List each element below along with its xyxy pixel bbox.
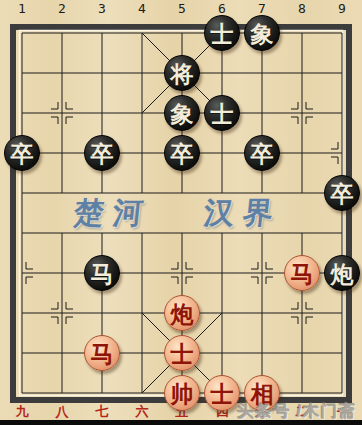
black-soldier-cell: 卒	[322, 173, 362, 213]
piece-layer: 士象将象士卒卒卒卒卒马马炮炮马士帅士相	[2, 13, 362, 413]
piece-character: 马	[91, 262, 114, 285]
piece-character: 将	[171, 62, 194, 85]
red-advisor-cell: 士	[162, 333, 202, 373]
piece-character: 马	[91, 342, 114, 365]
red-advisor-cell: 士	[202, 373, 242, 413]
piece-character: 士	[211, 102, 234, 125]
red-horse-piece[interactable]: 马	[84, 335, 120, 371]
bottom-edge-strip	[0, 420, 362, 425]
black-elephant-piece[interactable]: 象	[164, 95, 200, 131]
red-general-cell: 帅	[162, 373, 202, 413]
piece-character: 象	[251, 22, 274, 45]
black-soldier-cell: 卒	[2, 133, 42, 173]
piece-character: 炮	[331, 262, 354, 285]
black-general-cell: 将	[162, 53, 202, 93]
red-horse-cell: 马	[282, 253, 322, 293]
piece-character: 象	[171, 102, 194, 125]
piece-character: 士	[211, 22, 234, 45]
black-soldier-piece[interactable]: 卒	[84, 135, 120, 171]
xiangqi-board-screen: 123456789 楚河 汉界 士象将象士卒卒卒卒卒马马炮炮马士帅士相 九八七六…	[0, 0, 362, 425]
black-cannon-cell: 炮	[322, 253, 362, 293]
piece-character: 卒	[251, 142, 274, 165]
black-general-piece[interactable]: 将	[164, 55, 200, 91]
piece-character: 卒	[91, 142, 114, 165]
black-advisor-piece[interactable]: 士	[204, 15, 240, 51]
piece-character: 士	[171, 342, 194, 365]
red-horse-cell: 马	[82, 333, 122, 373]
red-cannon-cell: 炮	[162, 293, 202, 333]
black-soldier-piece[interactable]: 卒	[164, 135, 200, 171]
black-horse-piece[interactable]: 马	[84, 255, 120, 291]
black-elephant-piece[interactable]: 象	[244, 15, 280, 51]
black-soldier-cell: 卒	[82, 133, 122, 173]
black-horse-cell: 马	[82, 253, 122, 293]
black-soldier-piece[interactable]: 卒	[4, 135, 40, 171]
piece-character: 帅	[171, 382, 194, 405]
red-general-piece[interactable]: 帅	[164, 375, 200, 411]
black-elephant-cell: 象	[242, 13, 282, 53]
black-advisor-cell: 士	[202, 13, 242, 53]
black-soldier-cell: 卒	[162, 133, 202, 173]
black-advisor-piece[interactable]: 士	[204, 95, 240, 131]
piece-character: 炮	[171, 302, 194, 325]
red-advisor-piece[interactable]: 士	[164, 335, 200, 371]
red-cannon-piece[interactable]: 炮	[164, 295, 200, 331]
black-elephant-cell: 象	[162, 93, 202, 133]
black-cannon-piece[interactable]: 炮	[324, 255, 360, 291]
piece-character: 卒	[171, 142, 194, 165]
piece-character: 卒	[11, 142, 34, 165]
piece-character: 马	[291, 262, 314, 285]
red-horse-piece[interactable]: 马	[284, 255, 320, 291]
black-soldier-piece[interactable]: 卒	[244, 135, 280, 171]
black-advisor-cell: 士	[202, 93, 242, 133]
piece-character: 卒	[331, 182, 354, 205]
black-soldier-piece[interactable]: 卒	[324, 175, 360, 211]
black-soldier-cell: 卒	[242, 133, 282, 173]
red-advisor-piece[interactable]: 士	[204, 375, 240, 411]
piece-character: 士	[211, 382, 234, 405]
